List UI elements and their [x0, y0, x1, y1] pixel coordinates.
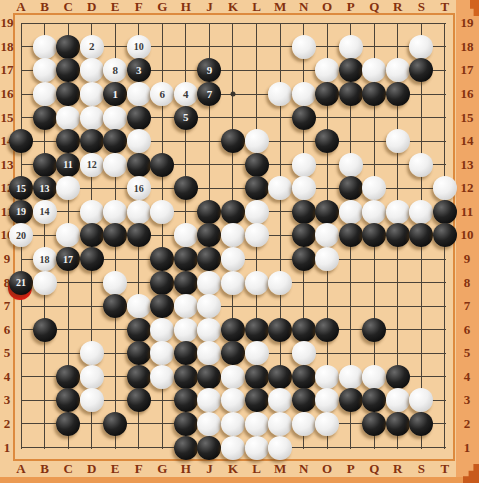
- black-stone[interactable]: [268, 365, 292, 389]
- black-stone[interactable]: [292, 200, 316, 224]
- column-label-top: T: [441, 0, 450, 15]
- move-number: 14: [40, 206, 50, 217]
- move-number: 17: [63, 254, 73, 265]
- row-label-right: 13: [461, 157, 474, 173]
- white-stone[interactable]: [245, 341, 269, 365]
- bottom-border-strip: [0, 477, 479, 483]
- white-stone[interactable]: [268, 412, 292, 436]
- black-stone[interactable]: [221, 129, 245, 153]
- white-stone[interactable]: 18: [33, 247, 57, 271]
- white-stone[interactable]: [362, 365, 386, 389]
- black-stone[interactable]: [197, 436, 221, 460]
- white-stone[interactable]: [315, 365, 339, 389]
- column-label-top: E: [111, 0, 120, 15]
- black-stone[interactable]: [127, 223, 151, 247]
- white-stone[interactable]: [268, 388, 292, 412]
- black-stone[interactable]: [292, 106, 316, 130]
- black-stone[interactable]: [245, 153, 269, 177]
- black-stone[interactable]: [245, 388, 269, 412]
- black-stone[interactable]: [174, 341, 198, 365]
- white-stone[interactable]: 14: [33, 200, 57, 224]
- column-label-top: F: [135, 0, 143, 15]
- white-stone[interactable]: [245, 436, 269, 460]
- white-stone[interactable]: [221, 365, 245, 389]
- black-stone[interactable]: [221, 341, 245, 365]
- black-stone[interactable]: [245, 176, 269, 200]
- white-stone[interactable]: [409, 388, 433, 412]
- black-stone[interactable]: [433, 200, 457, 224]
- white-stone[interactable]: [127, 129, 151, 153]
- row-label-right: 4: [464, 369, 471, 385]
- row-label-right: 5: [464, 345, 471, 361]
- black-stone[interactable]: [174, 176, 198, 200]
- black-stone[interactable]: [150, 271, 174, 295]
- black-stone[interactable]: [362, 412, 386, 436]
- column-label-top: B: [40, 0, 49, 15]
- white-stone[interactable]: [409, 200, 433, 224]
- row-label-left: 15: [1, 110, 14, 126]
- white-stone[interactable]: [268, 82, 292, 106]
- row-label-right: 11: [461, 204, 473, 220]
- column-label-top: Q: [369, 0, 379, 15]
- white-stone[interactable]: 8: [103, 58, 127, 82]
- black-stone[interactable]: [103, 294, 127, 318]
- column-label-bottom: O: [322, 461, 332, 477]
- white-stone[interactable]: [409, 35, 433, 59]
- row-label-left: 19: [1, 15, 14, 31]
- row-label-right: 7: [464, 298, 471, 314]
- move-number: 10: [134, 41, 144, 52]
- black-stone[interactable]: [56, 129, 80, 153]
- column-label-bottom: Q: [369, 461, 379, 477]
- black-stone[interactable]: [386, 82, 410, 106]
- white-stone[interactable]: [292, 176, 316, 200]
- move-number: 21: [16, 277, 26, 288]
- black-stone[interactable]: [386, 412, 410, 436]
- black-stone[interactable]: [103, 223, 127, 247]
- white-stone[interactable]: [150, 200, 174, 224]
- black-stone[interactable]: [292, 365, 316, 389]
- black-stone[interactable]: [80, 129, 104, 153]
- black-stone[interactable]: [315, 82, 339, 106]
- white-stone[interactable]: [268, 271, 292, 295]
- grid-line-horizontal: [21, 306, 446, 307]
- white-stone[interactable]: [315, 388, 339, 412]
- black-stone[interactable]: [245, 318, 269, 342]
- column-label-bottom: L: [252, 461, 261, 477]
- row-label-left: 13: [1, 157, 14, 173]
- black-stone[interactable]: [150, 247, 174, 271]
- white-stone[interactable]: [33, 58, 57, 82]
- white-stone[interactable]: [33, 271, 57, 295]
- black-stone[interactable]: [362, 388, 386, 412]
- black-stone[interactable]: [56, 365, 80, 389]
- white-stone[interactable]: [150, 341, 174, 365]
- column-label-top: O: [322, 0, 332, 15]
- black-stone[interactable]: [386, 223, 410, 247]
- black-stone[interactable]: 19: [9, 200, 33, 224]
- black-stone[interactable]: [197, 223, 221, 247]
- column-label-top: D: [87, 0, 96, 15]
- white-stone[interactable]: [197, 294, 221, 318]
- black-stone[interactable]: 1: [103, 82, 127, 106]
- white-stone[interactable]: [386, 58, 410, 82]
- white-stone[interactable]: [33, 35, 57, 59]
- white-stone[interactable]: [339, 35, 363, 59]
- white-stone[interactable]: [221, 388, 245, 412]
- white-stone[interactable]: [315, 58, 339, 82]
- column-label-bottom: S: [418, 461, 425, 477]
- white-stone[interactable]: [150, 318, 174, 342]
- column-label-bottom: A: [16, 461, 25, 477]
- black-stone[interactable]: [9, 129, 33, 153]
- white-stone[interactable]: [362, 176, 386, 200]
- column-label-bottom: J: [206, 461, 213, 477]
- white-stone[interactable]: [221, 247, 245, 271]
- black-stone[interactable]: 17: [56, 247, 80, 271]
- column-label-bottom: D: [87, 461, 96, 477]
- row-label-right: 8: [464, 275, 471, 291]
- black-stone[interactable]: [56, 412, 80, 436]
- white-stone[interactable]: [292, 82, 316, 106]
- black-stone[interactable]: [150, 294, 174, 318]
- row-label-right: 12: [461, 180, 474, 196]
- white-stone[interactable]: [245, 223, 269, 247]
- row-label-left: 3: [4, 392, 11, 408]
- white-stone[interactable]: [409, 153, 433, 177]
- column-label-bottom: N: [299, 461, 308, 477]
- star-point: [230, 92, 235, 97]
- black-stone[interactable]: [56, 58, 80, 82]
- black-stone[interactable]: 3: [127, 58, 151, 82]
- black-stone[interactable]: [339, 82, 363, 106]
- white-stone[interactable]: [80, 200, 104, 224]
- black-stone[interactable]: [339, 223, 363, 247]
- white-stone[interactable]: [386, 129, 410, 153]
- black-stone[interactable]: [174, 436, 198, 460]
- black-stone[interactable]: [315, 318, 339, 342]
- white-stone[interactable]: [33, 82, 57, 106]
- black-stone[interactable]: [174, 388, 198, 412]
- black-stone[interactable]: [339, 58, 363, 82]
- black-stone[interactable]: [127, 153, 151, 177]
- white-stone[interactable]: 12: [80, 153, 104, 177]
- black-stone[interactable]: [339, 388, 363, 412]
- white-stone[interactable]: [292, 412, 316, 436]
- white-stone[interactable]: [197, 318, 221, 342]
- row-label-left: 16: [1, 86, 14, 102]
- white-stone[interactable]: [268, 176, 292, 200]
- row-label-right: 6: [464, 322, 471, 338]
- move-number: 6: [160, 89, 166, 100]
- black-stone[interactable]: [292, 388, 316, 412]
- black-stone[interactable]: [409, 58, 433, 82]
- column-label-top: N: [299, 0, 308, 15]
- black-stone[interactable]: [409, 412, 433, 436]
- go-board-screenshot: AABBCCDDEEFFGGHHJJKKLLMMNNOOPPQQRRSSTT19…: [0, 0, 479, 483]
- column-label-top: G: [157, 0, 167, 15]
- black-stone[interactable]: [33, 318, 57, 342]
- black-stone[interactable]: 15: [9, 176, 33, 200]
- column-label-bottom: T: [441, 461, 450, 477]
- move-number: 3: [136, 65, 142, 76]
- white-stone[interactable]: [221, 271, 245, 295]
- black-stone[interactable]: 11: [56, 153, 80, 177]
- white-stone[interactable]: [80, 106, 104, 130]
- black-stone[interactable]: [127, 365, 151, 389]
- white-stone[interactable]: [362, 200, 386, 224]
- column-label-top: C: [63, 0, 72, 15]
- white-stone[interactable]: [362, 58, 386, 82]
- black-stone[interactable]: [362, 318, 386, 342]
- move-number: 11: [63, 159, 72, 170]
- column-label-top: J: [206, 0, 213, 15]
- black-stone[interactable]: 7: [197, 82, 221, 106]
- row-label-left: 6: [4, 322, 11, 338]
- black-stone[interactable]: [174, 365, 198, 389]
- black-stone[interactable]: [197, 247, 221, 271]
- black-stone[interactable]: [362, 223, 386, 247]
- white-stone[interactable]: [197, 388, 221, 412]
- white-stone[interactable]: [127, 82, 151, 106]
- black-stone[interactable]: [150, 153, 174, 177]
- black-stone[interactable]: [339, 176, 363, 200]
- black-stone[interactable]: [245, 365, 269, 389]
- white-stone[interactable]: [245, 271, 269, 295]
- white-stone[interactable]: [197, 341, 221, 365]
- column-label-top: S: [418, 0, 425, 15]
- white-stone[interactable]: [315, 412, 339, 436]
- row-label-right: 3: [464, 392, 471, 408]
- black-stone[interactable]: [127, 106, 151, 130]
- white-stone[interactable]: 20: [9, 223, 33, 247]
- row-label-left: 18: [1, 39, 14, 55]
- move-number: 13: [40, 183, 50, 194]
- white-stone[interactable]: [174, 223, 198, 247]
- white-stone[interactable]: [221, 223, 245, 247]
- white-stone[interactable]: [386, 200, 410, 224]
- black-stone[interactable]: [292, 223, 316, 247]
- column-label-bottom: B: [40, 461, 49, 477]
- white-stone[interactable]: [433, 176, 457, 200]
- black-stone[interactable]: [174, 247, 198, 271]
- white-stone[interactable]: [56, 106, 80, 130]
- white-stone[interactable]: [127, 294, 151, 318]
- row-label-right: 19: [461, 15, 474, 31]
- black-stone[interactable]: [80, 223, 104, 247]
- white-stone[interactable]: [339, 365, 363, 389]
- column-label-top: L: [252, 0, 261, 15]
- white-stone[interactable]: [292, 153, 316, 177]
- row-label-right: 17: [461, 62, 474, 78]
- white-stone[interactable]: [268, 436, 292, 460]
- black-stone[interactable]: [221, 200, 245, 224]
- black-stone[interactable]: [315, 129, 339, 153]
- black-stone[interactable]: [174, 412, 198, 436]
- black-stone[interactable]: [103, 129, 127, 153]
- white-stone[interactable]: 16: [127, 176, 151, 200]
- column-label-top: P: [347, 0, 355, 15]
- white-stone[interactable]: [386, 388, 410, 412]
- black-stone[interactable]: [197, 200, 221, 224]
- black-stone[interactable]: 13: [33, 176, 57, 200]
- column-label-bottom: F: [135, 461, 143, 477]
- grid-line-horizontal: [21, 23, 446, 24]
- white-stone[interactable]: [103, 106, 127, 130]
- move-number: 8: [112, 65, 118, 76]
- white-stone[interactable]: 4: [174, 82, 198, 106]
- row-label-left: 1: [4, 440, 11, 456]
- white-stone[interactable]: [245, 412, 269, 436]
- row-label-right: 16: [461, 86, 474, 102]
- move-number: 4: [183, 89, 189, 100]
- row-label-left: 17: [1, 62, 14, 78]
- white-stone[interactable]: [103, 200, 127, 224]
- move-number: 12: [87, 159, 97, 170]
- column-label-bottom: C: [63, 461, 72, 477]
- white-stone[interactable]: [245, 200, 269, 224]
- white-stone[interactable]: [80, 388, 104, 412]
- white-stone[interactable]: [56, 223, 80, 247]
- column-label-bottom: K: [228, 461, 238, 477]
- white-stone[interactable]: [103, 271, 127, 295]
- black-stone[interactable]: [103, 412, 127, 436]
- row-label-right: 2: [464, 416, 471, 432]
- column-label-bottom: H: [181, 461, 191, 477]
- white-stone[interactable]: [245, 129, 269, 153]
- black-stone[interactable]: [56, 82, 80, 106]
- row-label-right: 1: [464, 440, 471, 456]
- black-stone[interactable]: [292, 247, 316, 271]
- move-number: 20: [16, 230, 26, 241]
- column-label-top: R: [393, 0, 402, 15]
- white-stone[interactable]: 2: [80, 35, 104, 59]
- row-label-right: 10: [461, 227, 474, 243]
- black-stone[interactable]: [197, 365, 221, 389]
- white-stone[interactable]: [127, 200, 151, 224]
- black-stone[interactable]: [56, 35, 80, 59]
- white-stone[interactable]: [174, 318, 198, 342]
- black-stone[interactable]: [315, 200, 339, 224]
- black-stone[interactable]: 9: [197, 58, 221, 82]
- move-number: 15: [16, 183, 26, 194]
- black-stone[interactable]: [292, 318, 316, 342]
- row-label-left: 2: [4, 416, 11, 432]
- white-stone[interactable]: [221, 436, 245, 460]
- column-label-bottom: R: [393, 461, 402, 477]
- column-label-top: M: [274, 0, 286, 15]
- white-stone[interactable]: [315, 247, 339, 271]
- black-stone[interactable]: [268, 318, 292, 342]
- black-stone[interactable]: 21: [9, 271, 33, 295]
- row-label-left: 4: [4, 369, 11, 385]
- white-stone[interactable]: [80, 341, 104, 365]
- row-label-left: 5: [4, 345, 11, 361]
- row-label-right: 15: [461, 110, 474, 126]
- white-stone[interactable]: [174, 294, 198, 318]
- white-stone[interactable]: [292, 35, 316, 59]
- white-stone[interactable]: [197, 271, 221, 295]
- black-stone[interactable]: [127, 318, 151, 342]
- white-stone[interactable]: [80, 58, 104, 82]
- white-stone[interactable]: [221, 412, 245, 436]
- row-label-right: 14: [461, 133, 474, 149]
- column-label-bottom: G: [157, 461, 167, 477]
- column-label-top: A: [16, 0, 25, 15]
- black-stone[interactable]: [33, 153, 57, 177]
- move-number: 1: [112, 89, 118, 100]
- column-label-top: H: [181, 0, 191, 15]
- white-stone[interactable]: [80, 82, 104, 106]
- white-stone[interactable]: [150, 365, 174, 389]
- white-stone[interactable]: [292, 341, 316, 365]
- column-label-bottom: M: [274, 461, 286, 477]
- black-stone[interactable]: [80, 247, 104, 271]
- white-stone[interactable]: [339, 153, 363, 177]
- row-label-left: 9: [4, 251, 11, 267]
- white-stone[interactable]: [339, 200, 363, 224]
- move-number: 9: [207, 65, 213, 76]
- white-stone[interactable]: 10: [127, 35, 151, 59]
- black-stone[interactable]: [386, 365, 410, 389]
- white-stone[interactable]: [315, 223, 339, 247]
- black-stone[interactable]: [56, 388, 80, 412]
- column-label-bottom: E: [111, 461, 120, 477]
- white-stone[interactable]: [80, 365, 104, 389]
- white-stone[interactable]: [56, 176, 80, 200]
- black-stone[interactable]: [127, 341, 151, 365]
- black-stone[interactable]: [221, 318, 245, 342]
- white-stone[interactable]: 6: [150, 82, 174, 106]
- black-stone[interactable]: [362, 82, 386, 106]
- move-number: 7: [207, 89, 213, 100]
- black-stone[interactable]: [33, 106, 57, 130]
- white-stone[interactable]: [103, 153, 127, 177]
- row-label-left: 7: [4, 298, 11, 314]
- move-number: 18: [40, 254, 50, 265]
- black-stone[interactable]: [127, 388, 151, 412]
- column-label-top: K: [228, 0, 238, 15]
- black-stone[interactable]: [174, 271, 198, 295]
- column-label-bottom: P: [347, 461, 355, 477]
- move-number: 19: [16, 206, 26, 217]
- move-number: 5: [183, 112, 189, 123]
- black-stone[interactable]: [433, 223, 457, 247]
- black-stone[interactable]: 5: [174, 106, 198, 130]
- row-label-right: 18: [461, 39, 474, 55]
- white-stone[interactable]: [197, 412, 221, 436]
- black-stone[interactable]: [409, 223, 433, 247]
- row-label-right: 9: [464, 251, 471, 267]
- move-number: 2: [89, 41, 95, 52]
- move-number: 16: [134, 183, 144, 194]
